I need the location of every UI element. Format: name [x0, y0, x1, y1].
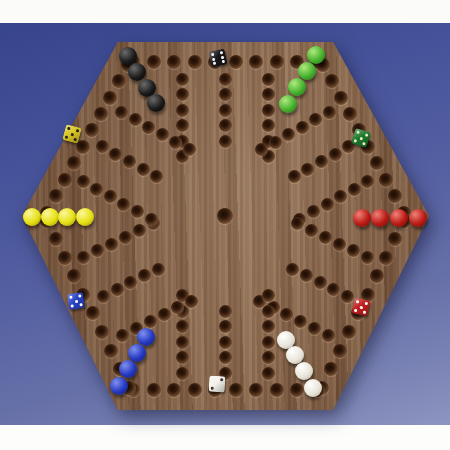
die-white: [209, 376, 226, 393]
marble-blue-3: [119, 360, 137, 378]
marble-green-1: [307, 46, 325, 64]
die-pip: [76, 129, 80, 133]
die-red: [352, 298, 371, 317]
die-pip: [364, 302, 368, 306]
die-pip: [71, 304, 74, 307]
die-pip: [363, 311, 367, 315]
die-pip: [359, 305, 363, 309]
die-pip: [220, 379, 223, 382]
marble-white-4: [304, 379, 322, 397]
die-pip: [211, 387, 214, 390]
marble-yellow-1: [23, 208, 41, 226]
marble-yellow-2: [41, 208, 59, 226]
die-black: [209, 49, 228, 68]
marble-red-3: [390, 209, 408, 227]
marble-blue-2: [128, 344, 146, 362]
marble-black-2: [128, 63, 146, 81]
die-green: [351, 128, 371, 148]
die-pip: [211, 53, 215, 57]
marble-red-2: [371, 209, 389, 227]
die-pip: [356, 300, 360, 304]
die-pip: [221, 55, 225, 59]
die-pip: [213, 61, 217, 65]
marble-yellow-4: [76, 208, 94, 226]
die-pip: [222, 60, 226, 64]
pieces-layer: [0, 0, 450, 450]
die-pip: [354, 309, 358, 313]
die-pip: [356, 131, 360, 135]
marble-yellow-3: [58, 208, 76, 226]
marble-blue-1: [137, 328, 155, 346]
marble-green-4: [279, 95, 297, 113]
die-pip: [354, 139, 358, 143]
marble-red-1: [353, 209, 371, 227]
marble-green-3: [288, 78, 306, 96]
die-pip: [78, 295, 81, 298]
die-pip: [79, 303, 82, 306]
product-photo-scene: [0, 0, 450, 450]
die-pip: [70, 296, 73, 299]
die-pip: [362, 142, 366, 146]
die-pip: [67, 127, 71, 131]
die-pip: [212, 57, 216, 61]
die-pip: [220, 51, 224, 55]
marble-black-4: [147, 94, 165, 112]
marble-white-3: [295, 362, 313, 380]
die-pip: [365, 134, 369, 138]
die-pip: [359, 136, 363, 140]
die-pip: [73, 138, 77, 142]
die-pip: [75, 299, 78, 302]
marble-blue-4: [110, 377, 128, 395]
die-blue: [67, 292, 85, 310]
marble-green-2: [298, 62, 316, 80]
die-pip: [70, 132, 74, 136]
marble-red-4: [409, 209, 427, 227]
die-pip: [65, 135, 69, 139]
die-yellow: [62, 124, 82, 144]
